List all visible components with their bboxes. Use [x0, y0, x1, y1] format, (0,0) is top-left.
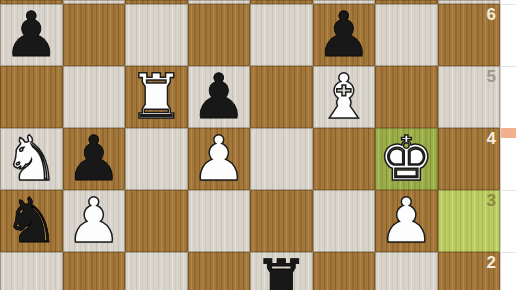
black-pawn-piece[interactable]: ♟ [0, 4, 63, 66]
square-c6[interactable] [125, 4, 188, 66]
white-pawn-piece[interactable]: ♟ [375, 190, 438, 252]
scroll-strip[interactable] [500, 0, 516, 290]
square-d5[interactable]: ♟ [188, 66, 251, 128]
square-h6[interactable]: 6 [438, 4, 501, 66]
square-g5[interactable] [375, 66, 438, 128]
white-pawn-piece[interactable]: ♟ [63, 190, 126, 252]
strip-divider [501, 190, 516, 191]
square-b5[interactable] [63, 66, 126, 128]
square-d6[interactable] [188, 4, 251, 66]
square-e5[interactable] [250, 66, 313, 128]
square-d3[interactable] [188, 190, 251, 252]
square-b3[interactable]: ♟ [63, 190, 126, 252]
rank-label-5: 5 [487, 67, 496, 86]
strip-divider [501, 66, 516, 67]
strip-divider [501, 252, 516, 253]
square-g3[interactable]: ♟ [375, 190, 438, 252]
square-a5[interactable] [0, 66, 63, 128]
chess-board[interactable]: ♟♟6♜♟♝5♞♟♟♚4♞♟♟3♜2 [0, 0, 500, 290]
square-g2[interactable] [375, 252, 438, 290]
square-e4[interactable] [250, 128, 313, 190]
black-pawn-piece[interactable]: ♟ [313, 4, 376, 66]
square-c4[interactable] [125, 128, 188, 190]
square-f3[interactable] [313, 190, 376, 252]
square-f5[interactable]: ♝ [313, 66, 376, 128]
black-pawn-piece[interactable]: ♟ [188, 66, 251, 128]
strip-divider [501, 4, 516, 5]
rank-label-6: 6 [487, 5, 496, 24]
white-knight-piece[interactable]: ♞ [0, 128, 63, 190]
black-pawn-piece[interactable]: ♟ [63, 128, 126, 190]
square-h3[interactable]: 3 [438, 190, 501, 252]
square-f4[interactable] [313, 128, 376, 190]
black-knight-piece[interactable]: ♞ [0, 190, 63, 252]
square-b2[interactable] [63, 252, 126, 290]
scroll-position-marker[interactable] [501, 128, 516, 138]
square-f6[interactable]: ♟ [313, 4, 376, 66]
square-a3[interactable]: ♞ [0, 190, 63, 252]
square-c5[interactable]: ♜ [125, 66, 188, 128]
square-a4[interactable]: ♞ [0, 128, 63, 190]
square-d4[interactable]: ♟ [188, 128, 251, 190]
square-g6[interactable] [375, 4, 438, 66]
square-e3[interactable] [250, 190, 313, 252]
square-d2[interactable] [188, 252, 251, 290]
square-h5[interactable]: 5 [438, 66, 501, 128]
white-king-piece[interactable]: ♚ [375, 128, 438, 190]
square-c2[interactable] [125, 252, 188, 290]
square-b6[interactable] [63, 4, 126, 66]
white-pawn-piece[interactable]: ♟ [188, 128, 251, 190]
rank-label-2: 2 [487, 253, 496, 272]
square-b4[interactable]: ♟ [63, 128, 126, 190]
white-rook-piece[interactable]: ♜ [125, 66, 188, 128]
white-bishop-piece[interactable]: ♝ [313, 66, 376, 128]
chess-app-screenshot: ♟♟6♜♟♝5♞♟♟♚4♞♟♟3♜2 [0, 0, 516, 290]
black-rook-piece[interactable]: ♜ [250, 252, 313, 290]
square-c3[interactable] [125, 190, 188, 252]
square-a2[interactable] [0, 252, 63, 290]
square-g4[interactable]: ♚ [375, 128, 438, 190]
square-f2[interactable] [313, 252, 376, 290]
rank-label-3: 3 [487, 191, 496, 210]
square-e2[interactable]: ♜ [250, 252, 313, 290]
rank-label-4: 4 [487, 129, 496, 148]
square-a6[interactable]: ♟ [0, 4, 63, 66]
square-e6[interactable] [250, 4, 313, 66]
square-h2[interactable]: 2 [438, 252, 501, 290]
square-h4[interactable]: 4 [438, 128, 501, 190]
